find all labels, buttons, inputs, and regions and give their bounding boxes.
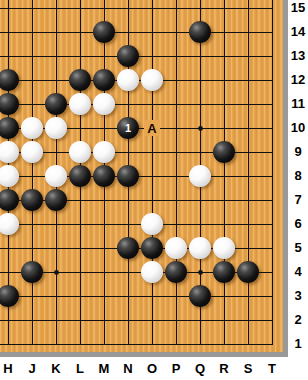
coordinate-label-column: L	[71, 361, 89, 377]
coordinate-label-column: O	[143, 361, 161, 377]
coordinate-label-column: N	[119, 361, 137, 377]
coordinate-label-row: 15	[288, 0, 308, 16]
star-point	[198, 126, 203, 131]
coordinate-label-row: 10	[288, 120, 308, 136]
stone-white[interactable]	[141, 213, 163, 235]
coordinate-label-row: 9	[288, 144, 308, 160]
stone-black[interactable]	[189, 285, 211, 307]
coordinate-label-column: K	[47, 361, 65, 377]
stone-white[interactable]	[69, 141, 91, 163]
stone-white[interactable]	[213, 237, 235, 259]
stone-black[interactable]	[21, 261, 43, 283]
coordinate-label-row: 2	[288, 312, 308, 328]
coordinate-label-column: S	[239, 361, 257, 377]
coordinate-label-row: 8	[288, 168, 308, 184]
stone-black[interactable]	[45, 93, 67, 115]
stone-white[interactable]	[69, 93, 91, 115]
move-number-stone[interactable]: 1	[117, 117, 139, 139]
coordinate-label-column: T	[263, 361, 281, 377]
coordinate-label-row: 7	[288, 192, 308, 208]
star-point	[54, 270, 59, 275]
stone-black[interactable]	[189, 21, 211, 43]
board-grid	[0, 0, 283, 352]
stone-white[interactable]	[21, 117, 43, 139]
stone-white[interactable]	[45, 165, 67, 187]
go-board[interactable]: 1A	[0, 0, 283, 352]
stone-black[interactable]	[45, 189, 67, 211]
stone-black[interactable]	[117, 237, 139, 259]
stone-black[interactable]	[141, 237, 163, 259]
stone-black[interactable]	[93, 165, 115, 187]
stone-white[interactable]	[165, 237, 187, 259]
coordinate-label-row: 14	[288, 24, 308, 40]
stone-white[interactable]	[189, 165, 211, 187]
stone-black[interactable]	[213, 141, 235, 163]
coordinate-label-column: P	[167, 361, 185, 377]
stone-black[interactable]	[93, 21, 115, 43]
stone-white[interactable]	[117, 69, 139, 91]
board-shadow-bottom	[0, 352, 288, 357]
stone-black[interactable]	[213, 261, 235, 283]
move-number-label: 1	[125, 123, 131, 134]
stone-white[interactable]	[93, 93, 115, 115]
stone-black[interactable]	[69, 69, 91, 91]
stone-white[interactable]	[93, 141, 115, 163]
stone-black[interactable]	[69, 165, 91, 187]
coordinate-label-row: 3	[288, 288, 308, 304]
annotation-label-a[interactable]: A	[144, 120, 160, 136]
stone-black[interactable]	[93, 69, 115, 91]
go-diagram: 1A 151413121110987654321 HJKLMNOPQRST	[0, 0, 308, 380]
stone-white[interactable]	[45, 117, 67, 139]
coordinate-label-row: 12	[288, 72, 308, 88]
stone-white[interactable]	[21, 141, 43, 163]
stone-black[interactable]	[21, 189, 43, 211]
stone-white[interactable]	[141, 261, 163, 283]
coordinate-label-column: Q	[191, 361, 209, 377]
coordinate-label-row: 6	[288, 216, 308, 232]
coordinate-label-row: 13	[288, 48, 308, 64]
coordinate-label-row: 5	[288, 240, 308, 256]
star-point	[198, 270, 203, 275]
stone-black[interactable]	[165, 261, 187, 283]
stone-black[interactable]	[117, 165, 139, 187]
coordinate-label-row: 11	[288, 96, 308, 112]
coordinate-label-column: M	[95, 361, 113, 377]
stone-white[interactable]	[189, 237, 211, 259]
coordinate-label-row: 1	[288, 336, 308, 352]
stone-white[interactable]	[141, 69, 163, 91]
coordinate-label-column: J	[23, 361, 41, 377]
coordinate-label-row: 4	[288, 264, 308, 280]
stone-black[interactable]	[237, 261, 259, 283]
coordinate-label-column: R	[215, 361, 233, 377]
stone-black[interactable]	[117, 45, 139, 67]
coordinate-label-column: H	[0, 361, 17, 377]
